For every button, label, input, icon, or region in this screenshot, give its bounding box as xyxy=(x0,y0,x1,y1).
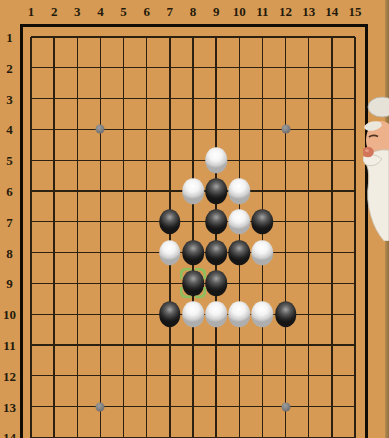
black-stone xyxy=(205,271,227,297)
grid-line-horizontal xyxy=(31,344,355,345)
star-point xyxy=(281,402,290,411)
grid-line-horizontal xyxy=(31,160,355,161)
row-label: 1 xyxy=(6,31,13,44)
white-stone xyxy=(252,240,274,266)
black-stone xyxy=(275,301,297,327)
column-label: 7 xyxy=(167,5,174,18)
grid-line-horizontal xyxy=(31,98,355,99)
row-label: 14 xyxy=(3,431,16,438)
column-label: 5 xyxy=(120,5,127,18)
white-stone xyxy=(205,147,227,173)
row-label: 12 xyxy=(3,369,16,382)
white-stone xyxy=(159,240,181,266)
star-point xyxy=(96,402,105,411)
column-label: 14 xyxy=(325,5,338,18)
column-label: 3 xyxy=(74,5,81,18)
black-stone xyxy=(159,301,181,327)
black-stone xyxy=(205,178,227,204)
column-label: 4 xyxy=(97,5,104,18)
row-label: 10 xyxy=(3,308,16,321)
row-label: 4 xyxy=(6,123,13,136)
column-label: 8 xyxy=(190,5,197,18)
black-stone xyxy=(205,209,227,235)
column-label: 9 xyxy=(213,5,220,18)
black-stone xyxy=(159,209,181,235)
column-label: 2 xyxy=(51,5,58,18)
black-stone xyxy=(252,209,274,235)
grid-line-horizontal xyxy=(31,406,355,407)
white-stone xyxy=(229,301,251,327)
right-edge-strip xyxy=(385,0,389,438)
row-label: 7 xyxy=(6,215,13,228)
row-label: 9 xyxy=(6,277,13,290)
star-point xyxy=(96,125,105,134)
column-label: 6 xyxy=(143,5,150,18)
black-stone xyxy=(182,240,204,266)
white-stone xyxy=(182,301,204,327)
black-stone xyxy=(205,240,227,266)
white-stone xyxy=(229,209,251,235)
white-stone xyxy=(205,301,227,327)
white-stone xyxy=(229,178,251,204)
white-stone xyxy=(182,178,204,204)
black-stone xyxy=(229,240,251,266)
row-label: 3 xyxy=(6,92,13,105)
column-label: 13 xyxy=(302,5,315,18)
row-label: 11 xyxy=(3,339,15,352)
grid-line-horizontal xyxy=(31,67,355,68)
column-label: 12 xyxy=(279,5,292,18)
row-label: 8 xyxy=(6,246,13,259)
column-label: 15 xyxy=(349,5,362,18)
row-label: 5 xyxy=(6,154,13,167)
star-point xyxy=(281,125,290,134)
gomoku-board-screenshot: 1234567891011121314151234567891011121314 xyxy=(0,0,389,438)
column-label: 11 xyxy=(256,5,268,18)
column-label: 10 xyxy=(233,5,246,18)
grid-line-horizontal xyxy=(31,129,355,130)
column-label: 1 xyxy=(28,5,35,18)
white-stone xyxy=(252,301,274,327)
row-label: 13 xyxy=(3,400,16,413)
grid-line-horizontal xyxy=(31,375,355,376)
black-stone xyxy=(182,271,204,297)
grid-line-horizontal xyxy=(31,221,355,222)
grid-line-horizontal xyxy=(31,36,355,37)
row-label: 6 xyxy=(6,185,13,198)
row-label: 2 xyxy=(6,61,13,74)
